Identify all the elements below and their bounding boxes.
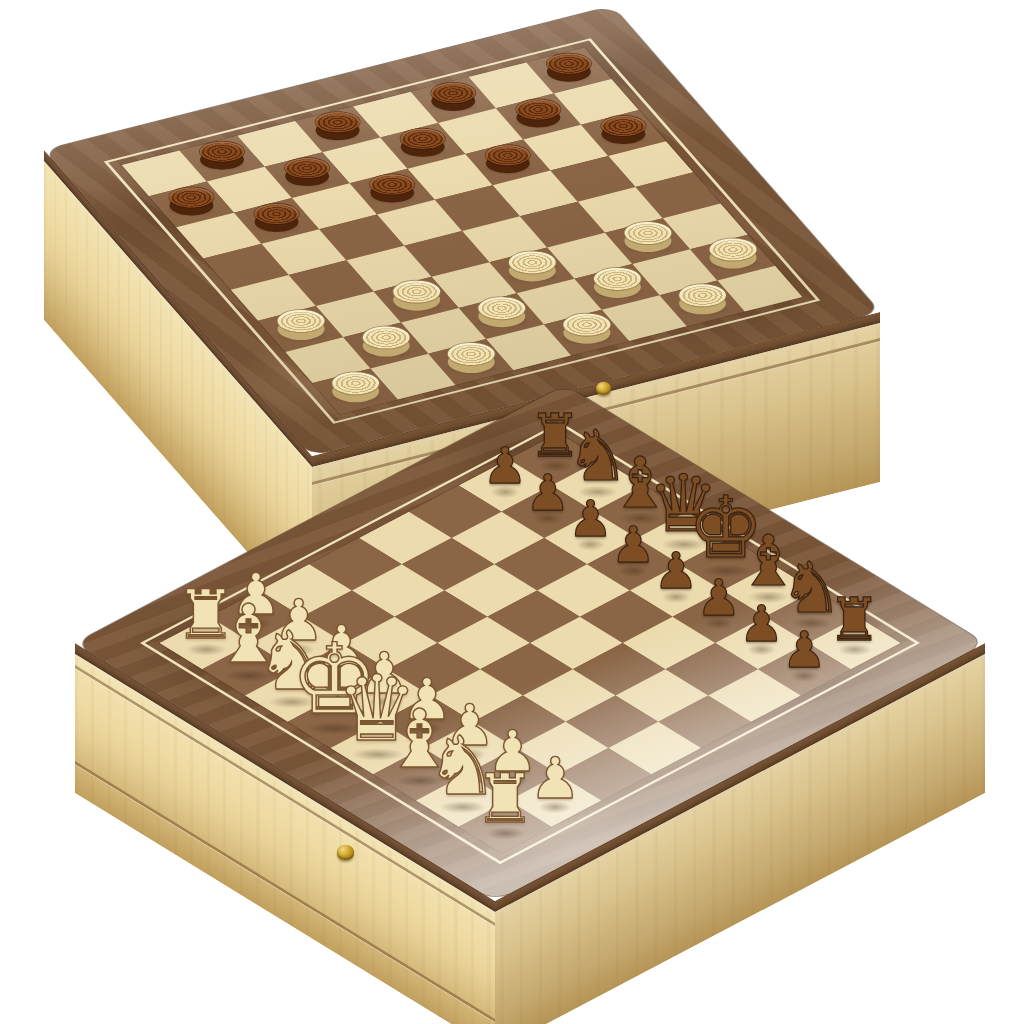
dark-pawn-glyph: ♟ (654, 546, 699, 596)
dark-pawn-glyph: ♟ (696, 573, 741, 623)
dark-pawn-glyph: ♟ (782, 625, 827, 675)
light-rook-glyph: ♜ (475, 765, 536, 833)
dark-pawn-glyph: ♟ (568, 494, 613, 544)
dark-checker-disc (401, 129, 445, 157)
light-checker-disc (277, 310, 324, 340)
light-checker-disc (709, 239, 756, 269)
dark-checker-disc (370, 175, 414, 203)
dark-pawn-glyph: ♟ (525, 468, 570, 518)
chess-drawer-knob[interactable] (337, 845, 354, 860)
light-checker-disc (393, 281, 440, 311)
dark-checker-disc (316, 112, 360, 140)
light-pawn-glyph: ♟ (529, 750, 580, 807)
dark-checker-disc (200, 142, 244, 170)
dark-checker-disc (516, 99, 560, 127)
dark-rook-glyph: ♜ (828, 590, 881, 649)
light-checker-disc (478, 297, 525, 327)
light-checker-disc (624, 222, 671, 252)
light-checker-disc (593, 268, 640, 298)
dark-checker-disc (169, 187, 213, 215)
dark-checker-disc (285, 158, 329, 186)
light-checker-disc (362, 327, 409, 357)
dark-pawn-glyph: ♟ (483, 441, 528, 491)
dark-checker-disc (547, 54, 591, 82)
dark-pawn-glyph: ♟ (611, 520, 656, 570)
dark-checker-disc (486, 145, 530, 173)
dark-checker-disc (255, 204, 299, 232)
light-checker-disc (447, 343, 494, 373)
light-checker-disc (508, 251, 555, 281)
light-checker-disc (679, 284, 726, 314)
product-photo-stage: ♜♞♝♛♚♝♞♜♟♟♟♟♟♟♟♟♟♟♟♟♟♟♟♟♜♝♞♚♛♝♞♜ (0, 0, 1024, 1024)
dark-checker-disc (431, 83, 475, 111)
light-checker-disc (563, 314, 610, 344)
dark-checker-disc (601, 116, 645, 144)
light-checker-disc (332, 372, 379, 402)
checkers-drawer-knob[interactable] (596, 382, 611, 395)
dark-pawn-glyph: ♟ (739, 599, 784, 649)
